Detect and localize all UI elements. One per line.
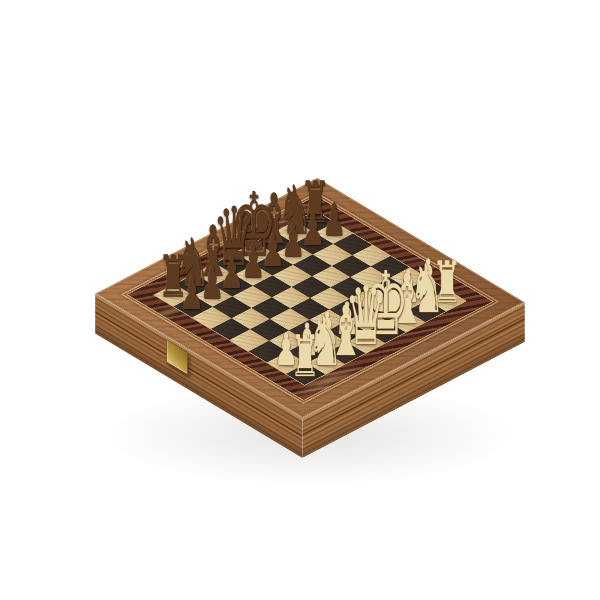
square-c1 [326,342,365,364]
square-a6 [192,307,231,329]
square-e2 [348,310,387,332]
square-a4 [230,329,269,351]
square-b2 [287,341,326,363]
square-a2 [267,352,306,374]
square-d3 [309,309,348,331]
square-b1 [306,353,345,375]
square-a1 [286,363,325,385]
chess-box [95,178,525,418]
square-c5 [251,297,290,319]
square-e1 [366,321,405,343]
square-a7 [173,296,212,318]
square-c4 [270,308,309,330]
square-e3 [329,299,368,321]
square-a5 [211,318,250,340]
square-a3 [248,341,287,363]
square-d2 [327,320,366,342]
square-f2 [368,300,407,322]
square-b6 [212,296,251,318]
square-b5 [231,308,270,330]
square-c3 [289,320,328,342]
box-top-face [95,178,525,418]
product-photo-stage: ♜♞♝♛♚♝♞♜♟♟♟♟♟♟♟♟♟♟♟♟♟♟♟♟♜♞♝♛♚♝♞♜ [0,0,600,600]
square-g1 [406,300,445,322]
square-d4 [290,298,329,320]
square-b3 [268,330,307,352]
square-c2 [307,331,346,353]
square-b4 [250,319,289,341]
square-f1 [386,311,425,333]
square-d1 [346,332,385,354]
